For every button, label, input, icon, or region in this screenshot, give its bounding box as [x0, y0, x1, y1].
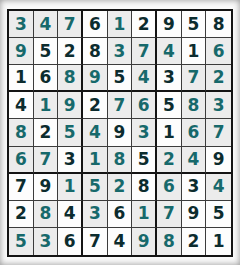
- sudoku-cell-r1c8[interactable]: 5: [182, 11, 207, 38]
- sudoku-cell-r1c3[interactable]: 7: [58, 11, 83, 38]
- sudoku-cell-r6c8[interactable]: 4: [182, 147, 207, 174]
- sudoku-cell-r9c1[interactable]: 5: [9, 228, 34, 255]
- sudoku-cell-r3c9[interactable]: 2: [206, 65, 231, 92]
- sudoku-cell-r5c6[interactable]: 3: [132, 119, 157, 146]
- sudoku-cell-r2c3[interactable]: 2: [58, 38, 83, 65]
- sudoku-cell-r1c5[interactable]: 1: [108, 11, 133, 38]
- sudoku-cell-r6c6[interactable]: 5: [132, 147, 157, 174]
- sudoku-cell-r8c1[interactable]: 2: [9, 201, 34, 228]
- sudoku-cell-r5c5[interactable]: 9: [108, 119, 133, 146]
- sudoku-cell-r3c6[interactable]: 4: [132, 65, 157, 92]
- sudoku-cell-r2c9[interactable]: 6: [206, 38, 231, 65]
- sudoku-cell-r2c6[interactable]: 7: [132, 38, 157, 65]
- sudoku-cell-r8c3[interactable]: 4: [58, 201, 83, 228]
- sudoku-cell-r1c2[interactable]: 4: [34, 11, 59, 38]
- sudoku-cell-r4c9[interactable]: 3: [206, 92, 231, 119]
- sudoku-cell-r5c2[interactable]: 2: [34, 119, 59, 146]
- sudoku-cell-r4c4[interactable]: 2: [83, 92, 108, 119]
- sudoku-cell-r9c8[interactable]: 2: [182, 228, 207, 255]
- sudoku-cell-r7c3[interactable]: 1: [58, 174, 83, 201]
- sudoku-cell-r7c8[interactable]: 3: [182, 174, 207, 201]
- sudoku-cell-r3c8[interactable]: 7: [182, 65, 207, 92]
- sudoku-cell-r4c7[interactable]: 5: [157, 92, 182, 119]
- sudoku-cell-r6c3[interactable]: 3: [58, 147, 83, 174]
- sudoku-cell-r1c6[interactable]: 2: [132, 11, 157, 38]
- sudoku-cell-r9c2[interactable]: 3: [34, 228, 59, 255]
- sudoku-cell-r7c7[interactable]: 6: [157, 174, 182, 201]
- sudoku-board: 3476129589528374161689543724192765838254…: [7, 9, 233, 257]
- sudoku-cell-r5c7[interactable]: 1: [157, 119, 182, 146]
- sudoku-cell-r6c5[interactable]: 8: [108, 147, 133, 174]
- sudoku-cell-r5c8[interactable]: 6: [182, 119, 207, 146]
- sudoku-cell-r3c3[interactable]: 8: [58, 65, 83, 92]
- sudoku-cell-r4c6[interactable]: 6: [132, 92, 157, 119]
- sudoku-cell-r5c9[interactable]: 7: [206, 119, 231, 146]
- sudoku-cell-r3c2[interactable]: 6: [34, 65, 59, 92]
- sudoku-cell-r6c7[interactable]: 2: [157, 147, 182, 174]
- sudoku-cell-r9c6[interactable]: 9: [132, 228, 157, 255]
- sudoku-cell-r3c1[interactable]: 1: [9, 65, 34, 92]
- sudoku-cell-r3c5[interactable]: 5: [108, 65, 133, 92]
- sudoku-cell-r2c4[interactable]: 8: [83, 38, 108, 65]
- sudoku-cell-r8c2[interactable]: 8: [34, 201, 59, 228]
- sudoku-cell-r6c9[interactable]: 9: [206, 147, 231, 174]
- sudoku-cell-r2c1[interactable]: 9: [9, 38, 34, 65]
- sudoku-cell-r1c7[interactable]: 9: [157, 11, 182, 38]
- sudoku-cell-r1c9[interactable]: 8: [206, 11, 231, 38]
- sudoku-cell-r7c2[interactable]: 9: [34, 174, 59, 201]
- sudoku-cell-r6c1[interactable]: 6: [9, 147, 34, 174]
- sudoku-cell-r8c5[interactable]: 6: [108, 201, 133, 228]
- sudoku-cell-r9c4[interactable]: 7: [83, 228, 108, 255]
- sudoku-cell-r9c5[interactable]: 4: [108, 228, 133, 255]
- sudoku-cell-r5c1[interactable]: 8: [9, 119, 34, 146]
- sudoku-cell-r1c4[interactable]: 6: [83, 11, 108, 38]
- sudoku-cell-r5c3[interactable]: 5: [58, 119, 83, 146]
- sudoku-cell-r7c1[interactable]: 7: [9, 174, 34, 201]
- sudoku-cell-r4c3[interactable]: 9: [58, 92, 83, 119]
- sudoku-cell-r6c4[interactable]: 1: [83, 147, 108, 174]
- sudoku-cell-r7c4[interactable]: 5: [83, 174, 108, 201]
- sudoku-cell-r8c9[interactable]: 5: [206, 201, 231, 228]
- sudoku-cell-r7c9[interactable]: 4: [206, 174, 231, 201]
- sudoku-cell-r8c6[interactable]: 1: [132, 201, 157, 228]
- sudoku-cell-r4c1[interactable]: 4: [9, 92, 34, 119]
- sudoku-cell-r3c7[interactable]: 3: [157, 65, 182, 92]
- sudoku-cell-r2c7[interactable]: 4: [157, 38, 182, 65]
- sudoku-cell-r5c4[interactable]: 4: [83, 119, 108, 146]
- sudoku-cell-r8c8[interactable]: 9: [182, 201, 207, 228]
- sudoku-cell-r9c7[interactable]: 8: [157, 228, 182, 255]
- sudoku-cell-r4c8[interactable]: 8: [182, 92, 207, 119]
- sudoku-cell-r1c1[interactable]: 3: [9, 11, 34, 38]
- sudoku-cell-r9c9[interactable]: 1: [206, 228, 231, 255]
- sudoku-cell-r8c4[interactable]: 3: [83, 201, 108, 228]
- sudoku-cell-r6c2[interactable]: 7: [34, 147, 59, 174]
- sudoku-cell-r2c5[interactable]: 3: [108, 38, 133, 65]
- sudoku-cell-r4c2[interactable]: 1: [34, 92, 59, 119]
- sudoku-cell-r3c4[interactable]: 9: [83, 65, 108, 92]
- sudoku-cell-r7c5[interactable]: 2: [108, 174, 133, 201]
- sudoku-cell-r8c7[interactable]: 7: [157, 201, 182, 228]
- sudoku-cell-r2c8[interactable]: 1: [182, 38, 207, 65]
- sudoku-cell-r4c5[interactable]: 7: [108, 92, 133, 119]
- sudoku-cell-r9c3[interactable]: 6: [58, 228, 83, 255]
- sudoku-cell-r2c2[interactable]: 5: [34, 38, 59, 65]
- sudoku-cell-r7c6[interactable]: 8: [132, 174, 157, 201]
